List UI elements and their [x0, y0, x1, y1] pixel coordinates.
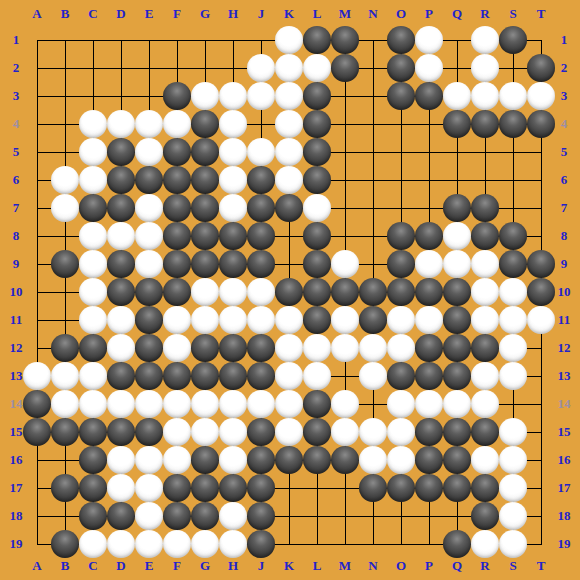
stone-black-H17 [219, 474, 247, 502]
stone-white-H3 [219, 82, 247, 110]
coord-label-top-D: D [109, 6, 133, 22]
stone-black-E6 [135, 166, 163, 194]
stone-black-J16 [247, 446, 275, 474]
stone-white-Q9 [443, 250, 471, 278]
stone-black-L10 [303, 278, 331, 306]
stone-black-J9 [247, 250, 275, 278]
coord-label-bottom-D: D [109, 558, 133, 574]
stone-black-Q4 [443, 110, 471, 138]
stone-black-F5 [163, 138, 191, 166]
stone-white-H19 [219, 530, 247, 558]
stone-white-P11 [415, 306, 443, 334]
stone-black-L14 [303, 390, 331, 418]
stone-white-R14 [471, 390, 499, 418]
stone-white-T11 [527, 306, 555, 334]
coord-label-top-Q: Q [445, 6, 469, 22]
stone-black-S1 [499, 26, 527, 54]
stone-black-C15 [79, 418, 107, 446]
stone-black-Q17 [443, 474, 471, 502]
stone-white-N12 [359, 334, 387, 362]
stone-black-J13 [247, 362, 275, 390]
stone-black-R4 [471, 110, 499, 138]
stone-white-J2 [247, 54, 275, 82]
stone-black-C18 [79, 502, 107, 530]
stone-black-F17 [163, 474, 191, 502]
stone-black-O2 [387, 54, 415, 82]
stone-black-P10 [415, 278, 443, 306]
coord-label-left-18: 18 [4, 508, 28, 524]
coord-label-left-1: 1 [4, 32, 28, 48]
stone-white-B13 [51, 362, 79, 390]
stone-white-F16 [163, 446, 191, 474]
stone-black-D15 [107, 418, 135, 446]
stone-white-R13 [471, 362, 499, 390]
stone-white-H6 [219, 166, 247, 194]
stone-white-N13 [359, 362, 387, 390]
stone-white-P14 [415, 390, 443, 418]
stone-white-P9 [415, 250, 443, 278]
stone-white-L7 [303, 194, 331, 222]
stone-black-E12 [135, 334, 163, 362]
stone-white-E16 [135, 446, 163, 474]
coord-label-bottom-T: T [529, 558, 553, 574]
stone-black-D9 [107, 250, 135, 278]
stone-black-L3 [303, 82, 331, 110]
coord-label-left-10: 10 [4, 284, 28, 300]
stone-black-H12 [219, 334, 247, 362]
stone-white-S19 [499, 530, 527, 558]
coord-label-right-7: 7 [552, 200, 576, 216]
stone-white-Q14 [443, 390, 471, 418]
stone-black-O17 [387, 474, 415, 502]
stone-white-S12 [499, 334, 527, 362]
coord-label-right-4: 4 [552, 116, 576, 132]
coord-label-bottom-O: O [389, 558, 413, 574]
coord-label-top-A: A [25, 6, 49, 22]
stone-white-E7 [135, 194, 163, 222]
stone-black-A15 [23, 418, 51, 446]
coord-label-top-E: E [137, 6, 161, 22]
stone-black-L15 [303, 418, 331, 446]
stone-black-J15 [247, 418, 275, 446]
coord-label-left-9: 9 [4, 256, 28, 272]
stone-black-B17 [51, 474, 79, 502]
stone-black-L4 [303, 110, 331, 138]
stone-white-K4 [275, 110, 303, 138]
coord-label-bottom-K: K [277, 558, 301, 574]
stone-black-C16 [79, 446, 107, 474]
stone-black-K16 [275, 446, 303, 474]
stone-black-G8 [191, 222, 219, 250]
stone-white-F4 [163, 110, 191, 138]
coord-label-bottom-F: F [165, 558, 189, 574]
stone-white-D16 [107, 446, 135, 474]
stone-white-H18 [219, 502, 247, 530]
stone-black-B9 [51, 250, 79, 278]
stone-white-C10 [79, 278, 107, 306]
stone-white-R11 [471, 306, 499, 334]
stone-black-Q15 [443, 418, 471, 446]
coord-label-left-5: 5 [4, 144, 28, 160]
stone-black-K7 [275, 194, 303, 222]
stone-black-O8 [387, 222, 415, 250]
stone-black-P17 [415, 474, 443, 502]
stone-black-F3 [163, 82, 191, 110]
stone-black-E11 [135, 306, 163, 334]
stone-white-D8 [107, 222, 135, 250]
stone-white-S11 [499, 306, 527, 334]
stone-white-S16 [499, 446, 527, 474]
coord-label-left-11: 11 [4, 312, 28, 328]
coord-label-bottom-R: R [473, 558, 497, 574]
coord-label-bottom-B: B [53, 558, 77, 574]
stone-white-L12 [303, 334, 331, 362]
stone-black-L5 [303, 138, 331, 166]
stone-white-R1 [471, 26, 499, 54]
stone-black-P3 [415, 82, 443, 110]
stone-black-Q10 [443, 278, 471, 306]
coord-label-bottom-G: G [193, 558, 217, 574]
stone-white-S3 [499, 82, 527, 110]
stone-white-D17 [107, 474, 135, 502]
stone-black-P13 [415, 362, 443, 390]
coord-label-left-3: 3 [4, 88, 28, 104]
stone-black-F8 [163, 222, 191, 250]
stone-white-K12 [275, 334, 303, 362]
stone-black-L16 [303, 446, 331, 474]
stone-black-Q12 [443, 334, 471, 362]
stone-white-M14 [331, 390, 359, 418]
stone-white-H15 [219, 418, 247, 446]
stone-black-K10 [275, 278, 303, 306]
stone-white-B14 [51, 390, 79, 418]
stone-white-G10 [191, 278, 219, 306]
stone-black-T2 [527, 54, 555, 82]
stone-white-G3 [191, 82, 219, 110]
stone-white-K15 [275, 418, 303, 446]
coord-label-right-1: 1 [552, 32, 576, 48]
stone-black-J19 [247, 530, 275, 558]
stone-white-E18 [135, 502, 163, 530]
stone-white-M12 [331, 334, 359, 362]
stone-white-O12 [387, 334, 415, 362]
stone-black-M2 [331, 54, 359, 82]
stone-white-K13 [275, 362, 303, 390]
stone-white-F14 [163, 390, 191, 418]
stone-white-E14 [135, 390, 163, 418]
stone-black-O10 [387, 278, 415, 306]
stone-black-Q16 [443, 446, 471, 474]
coord-label-right-16: 16 [552, 452, 576, 468]
stone-white-J14 [247, 390, 275, 418]
coord-label-right-9: 9 [552, 256, 576, 272]
coord-label-top-B: B [53, 6, 77, 22]
stone-white-O11 [387, 306, 415, 334]
coord-label-right-13: 13 [552, 368, 576, 384]
stone-white-C8 [79, 222, 107, 250]
stone-black-R15 [471, 418, 499, 446]
stone-white-E4 [135, 110, 163, 138]
coord-label-bottom-P: P [417, 558, 441, 574]
stone-black-G9 [191, 250, 219, 278]
coord-label-right-15: 15 [552, 424, 576, 440]
coord-label-bottom-N: N [361, 558, 385, 574]
stone-white-Q8 [443, 222, 471, 250]
stone-black-H13 [219, 362, 247, 390]
stone-black-O1 [387, 26, 415, 54]
stone-black-M1 [331, 26, 359, 54]
stone-white-N16 [359, 446, 387, 474]
coord-label-left-4: 4 [4, 116, 28, 132]
coord-label-top-F: F [165, 6, 189, 22]
stone-black-R18 [471, 502, 499, 530]
stone-black-D6 [107, 166, 135, 194]
stone-white-F15 [163, 418, 191, 446]
coord-label-bottom-C: C [81, 558, 105, 574]
stone-black-G13 [191, 362, 219, 390]
coord-label-left-8: 8 [4, 228, 28, 244]
stone-white-A13 [23, 362, 51, 390]
stone-black-G7 [191, 194, 219, 222]
stone-white-H10 [219, 278, 247, 306]
stone-white-E8 [135, 222, 163, 250]
stone-white-L13 [303, 362, 331, 390]
stone-white-C5 [79, 138, 107, 166]
coord-label-right-19: 19 [552, 536, 576, 552]
stone-black-B12 [51, 334, 79, 362]
coord-label-top-M: M [333, 6, 357, 22]
stone-black-M10 [331, 278, 359, 306]
stone-black-F10 [163, 278, 191, 306]
stone-black-J8 [247, 222, 275, 250]
stone-black-P15 [415, 418, 443, 446]
stone-black-G4 [191, 110, 219, 138]
stone-black-C7 [79, 194, 107, 222]
stone-white-C19 [79, 530, 107, 558]
coord-label-top-O: O [389, 6, 413, 22]
coord-label-left-17: 17 [4, 480, 28, 496]
coord-label-top-T: T [529, 6, 553, 22]
stone-white-K11 [275, 306, 303, 334]
coord-label-bottom-E: E [137, 558, 161, 574]
coord-label-right-2: 2 [552, 60, 576, 76]
stone-white-P2 [415, 54, 443, 82]
coord-label-right-8: 8 [552, 228, 576, 244]
coord-label-bottom-H: H [221, 558, 245, 574]
stone-black-J17 [247, 474, 275, 502]
stone-black-D18 [107, 502, 135, 530]
coord-label-left-2: 2 [4, 60, 28, 76]
coord-label-bottom-Q: Q [445, 558, 469, 574]
stone-white-C4 [79, 110, 107, 138]
coord-label-right-5: 5 [552, 144, 576, 160]
stone-white-J5 [247, 138, 275, 166]
stone-white-J11 [247, 306, 275, 334]
stone-black-N10 [359, 278, 387, 306]
stone-black-L11 [303, 306, 331, 334]
stone-white-S10 [499, 278, 527, 306]
stone-white-O16 [387, 446, 415, 474]
stone-black-F6 [163, 166, 191, 194]
stone-white-E5 [135, 138, 163, 166]
stone-black-L8 [303, 222, 331, 250]
stone-black-R17 [471, 474, 499, 502]
coord-label-right-12: 12 [552, 340, 576, 356]
stone-black-A14 [23, 390, 51, 418]
stone-black-Q7 [443, 194, 471, 222]
stone-white-C11 [79, 306, 107, 334]
stone-black-S8 [499, 222, 527, 250]
stone-black-S4 [499, 110, 527, 138]
stone-white-R2 [471, 54, 499, 82]
coord-label-top-K: K [277, 6, 301, 22]
stone-white-G15 [191, 418, 219, 446]
coord-label-right-14: 14 [552, 396, 576, 412]
stone-black-L1 [303, 26, 331, 54]
stone-white-F19 [163, 530, 191, 558]
stone-black-G6 [191, 166, 219, 194]
stone-black-N17 [359, 474, 387, 502]
stone-white-F12 [163, 334, 191, 362]
stone-black-C17 [79, 474, 107, 502]
stone-black-G17 [191, 474, 219, 502]
coord-label-bottom-A: A [25, 558, 49, 574]
coord-label-top-J: J [249, 6, 273, 22]
stone-white-R19 [471, 530, 499, 558]
stone-white-R16 [471, 446, 499, 474]
stone-black-H9 [219, 250, 247, 278]
stone-white-M15 [331, 418, 359, 446]
coord-label-bottom-M: M [333, 558, 357, 574]
stone-black-Q19 [443, 530, 471, 558]
stone-black-H8 [219, 222, 247, 250]
stone-black-E15 [135, 418, 163, 446]
stone-black-D7 [107, 194, 135, 222]
coord-label-top-G: G [193, 6, 217, 22]
stone-white-G19 [191, 530, 219, 558]
stone-black-P12 [415, 334, 443, 362]
stone-white-H16 [219, 446, 247, 474]
stone-black-J12 [247, 334, 275, 362]
stone-black-Q13 [443, 362, 471, 390]
stone-black-N11 [359, 306, 387, 334]
stone-white-E17 [135, 474, 163, 502]
stone-black-T9 [527, 250, 555, 278]
stone-white-R3 [471, 82, 499, 110]
stone-black-F18 [163, 502, 191, 530]
stone-white-J3 [247, 82, 275, 110]
stone-black-L6 [303, 166, 331, 194]
stone-white-H7 [219, 194, 247, 222]
stone-black-R12 [471, 334, 499, 362]
stone-white-K6 [275, 166, 303, 194]
stone-white-S13 [499, 362, 527, 390]
stone-black-E10 [135, 278, 163, 306]
coord-label-top-P: P [417, 6, 441, 22]
stone-white-H4 [219, 110, 247, 138]
stone-black-D5 [107, 138, 135, 166]
stone-white-D4 [107, 110, 135, 138]
stone-white-D19 [107, 530, 135, 558]
coord-label-top-R: R [473, 6, 497, 22]
stone-white-H11 [219, 306, 247, 334]
stone-white-F11 [163, 306, 191, 334]
stone-black-D10 [107, 278, 135, 306]
stone-white-C6 [79, 166, 107, 194]
coord-label-left-7: 7 [4, 200, 28, 216]
stone-white-T3 [527, 82, 555, 110]
coord-label-left-19: 19 [4, 536, 28, 552]
stone-black-O3 [387, 82, 415, 110]
coord-label-left-6: 6 [4, 172, 28, 188]
stone-black-P8 [415, 222, 443, 250]
go-board[interactable]: AABBCCDDEEFFGGHHJJKKLLMMNNOOPPQQRRSSTT11… [0, 0, 580, 580]
coord-label-top-C: C [81, 6, 105, 22]
coord-label-left-16: 16 [4, 452, 28, 468]
coord-label-bottom-S: S [501, 558, 525, 574]
coord-label-top-H: H [221, 6, 245, 22]
stone-black-J7 [247, 194, 275, 222]
stone-white-D11 [107, 306, 135, 334]
stone-black-P16 [415, 446, 443, 474]
stone-black-G16 [191, 446, 219, 474]
stone-white-R9 [471, 250, 499, 278]
stone-black-Q11 [443, 306, 471, 334]
stone-white-P1 [415, 26, 443, 54]
stone-white-O15 [387, 418, 415, 446]
stone-white-M11 [331, 306, 359, 334]
stone-white-B6 [51, 166, 79, 194]
stone-black-R8 [471, 222, 499, 250]
coord-label-bottom-L: L [305, 558, 329, 574]
stone-black-G18 [191, 502, 219, 530]
stone-white-H5 [219, 138, 247, 166]
stone-black-G12 [191, 334, 219, 362]
stone-white-J10 [247, 278, 275, 306]
coord-label-top-L: L [305, 6, 329, 22]
stone-white-G11 [191, 306, 219, 334]
stone-black-B15 [51, 418, 79, 446]
coord-label-right-11: 11 [552, 312, 576, 328]
coord-label-right-10: 10 [552, 284, 576, 300]
stone-white-R10 [471, 278, 499, 306]
stone-white-G14 [191, 390, 219, 418]
stone-white-K1 [275, 26, 303, 54]
stone-black-F13 [163, 362, 191, 390]
stone-black-T10 [527, 278, 555, 306]
stone-black-J18 [247, 502, 275, 530]
stone-white-K2 [275, 54, 303, 82]
stone-white-E19 [135, 530, 163, 558]
stone-black-O9 [387, 250, 415, 278]
stone-white-Q3 [443, 82, 471, 110]
stone-white-S17 [499, 474, 527, 502]
stone-white-E9 [135, 250, 163, 278]
stone-white-K5 [275, 138, 303, 166]
stone-white-S15 [499, 418, 527, 446]
stone-white-H14 [219, 390, 247, 418]
stone-black-M16 [331, 446, 359, 474]
coord-label-top-N: N [361, 6, 385, 22]
stone-black-O13 [387, 362, 415, 390]
stone-black-B19 [51, 530, 79, 558]
stone-white-L2 [303, 54, 331, 82]
stone-white-K14 [275, 390, 303, 418]
stone-black-G5 [191, 138, 219, 166]
stone-black-S9 [499, 250, 527, 278]
stone-white-C9 [79, 250, 107, 278]
stone-white-K3 [275, 82, 303, 110]
